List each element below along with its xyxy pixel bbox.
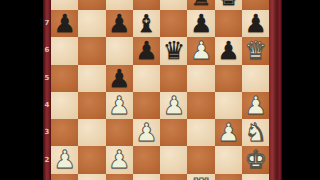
square-a6[interactable] <box>51 37 78 64</box>
square-c6[interactable] <box>106 37 133 64</box>
square-d4[interactable] <box>133 92 160 119</box>
square-g3[interactable]: ♟ <box>215 119 242 146</box>
piece-black-pawn-f7[interactable]: ♟ <box>187 10 214 37</box>
square-f4[interactable] <box>187 92 214 119</box>
square-e6[interactable]: ♛ <box>160 37 187 64</box>
square-e8[interactable] <box>160 0 187 10</box>
square-b6[interactable] <box>78 37 105 64</box>
square-c4[interactable]: ♟ <box>106 92 133 119</box>
square-h3[interactable]: ♞ <box>242 119 269 146</box>
square-b3[interactable] <box>78 119 105 146</box>
square-b4[interactable] <box>78 92 105 119</box>
rank-label-2: 2 <box>43 156 51 165</box>
square-g4[interactable] <box>215 92 242 119</box>
square-g7[interactable] <box>215 10 242 37</box>
piece-white-queen-h6[interactable]: ♛ <box>242 37 269 64</box>
square-g6[interactable]: ♟ <box>215 37 242 64</box>
square-h7[interactable]: ♟ <box>242 10 269 37</box>
chess-board[interactable]: ♜♚♟♟♝♟♟♟♛♟♟♛♟♟♟♟♟♟♞♟♟♚♜ <box>51 0 269 180</box>
piece-black-pawn-h7[interactable]: ♟ <box>242 10 269 37</box>
square-b5[interactable] <box>78 65 105 92</box>
piece-black-pawn-d6[interactable]: ♟ <box>133 37 160 64</box>
square-c1[interactable] <box>106 174 133 180</box>
rank-label-6: 6 <box>43 46 51 55</box>
piece-white-pawn-a2[interactable]: ♟ <box>51 146 78 173</box>
square-b1[interactable] <box>78 174 105 180</box>
square-h2[interactable]: ♚ <box>242 146 269 173</box>
square-c2[interactable]: ♟ <box>106 146 133 173</box>
square-g2[interactable] <box>215 146 242 173</box>
piece-black-pawn-a7[interactable]: ♟ <box>51 10 78 37</box>
square-f7[interactable]: ♟ <box>187 10 214 37</box>
piece-white-knight-h3[interactable]: ♞ <box>242 119 269 146</box>
screenshot-canvas: 765432 ♜♚♟♟♝♟♟♟♛♟♟♛♟♟♟♟♟♟♞♟♟♚♜ <box>0 0 320 180</box>
square-d3[interactable]: ♟ <box>133 119 160 146</box>
square-b8[interactable] <box>78 0 105 10</box>
rank-label-4: 4 <box>43 101 51 110</box>
square-a1[interactable] <box>51 174 78 180</box>
square-e7[interactable] <box>160 10 187 37</box>
square-e3[interactable] <box>160 119 187 146</box>
square-a2[interactable]: ♟ <box>51 146 78 173</box>
square-a3[interactable] <box>51 119 78 146</box>
square-a5[interactable] <box>51 65 78 92</box>
square-a7[interactable]: ♟ <box>51 10 78 37</box>
square-g8[interactable]: ♚ <box>215 0 242 10</box>
square-e1[interactable] <box>160 174 187 180</box>
piece-black-king-g8[interactable]: ♚ <box>215 0 242 10</box>
square-f2[interactable] <box>187 146 214 173</box>
square-h1[interactable] <box>242 174 269 180</box>
square-g1[interactable] <box>215 174 242 180</box>
square-e5[interactable] <box>160 65 187 92</box>
rank-label-5: 5 <box>43 74 51 83</box>
square-h4[interactable]: ♟ <box>242 92 269 119</box>
square-b2[interactable] <box>78 146 105 173</box>
square-e2[interactable] <box>160 146 187 173</box>
rank-label-3: 3 <box>43 128 51 137</box>
piece-black-pawn-c7[interactable]: ♟ <box>106 10 133 37</box>
square-d1[interactable] <box>133 174 160 180</box>
piece-black-queen-e6[interactable]: ♛ <box>160 37 187 64</box>
piece-white-pawn-f6[interactable]: ♟ <box>187 37 214 64</box>
piece-white-king-h2[interactable]: ♚ <box>242 146 269 173</box>
board-frame-left: 765432 <box>43 0 51 180</box>
square-f3[interactable] <box>187 119 214 146</box>
board-frame-right <box>269 0 282 180</box>
piece-black-pawn-c5[interactable]: ♟ <box>106 65 133 92</box>
square-d5[interactable] <box>133 65 160 92</box>
piece-white-rook-f1[interactable]: ♜ <box>187 174 214 180</box>
square-a4[interactable] <box>51 92 78 119</box>
piece-white-pawn-c4[interactable]: ♟ <box>106 92 133 119</box>
piece-white-pawn-h4[interactable]: ♟ <box>242 92 269 119</box>
square-d6[interactable]: ♟ <box>133 37 160 64</box>
square-c5[interactable]: ♟ <box>106 65 133 92</box>
square-h5[interactable] <box>242 65 269 92</box>
piece-white-pawn-c2[interactable]: ♟ <box>106 146 133 173</box>
piece-black-pawn-g6[interactable]: ♟ <box>215 37 242 64</box>
square-d7[interactable]: ♝ <box>133 10 160 37</box>
piece-black-bishop-d7[interactable]: ♝ <box>133 10 160 37</box>
square-b7[interactable] <box>78 10 105 37</box>
square-f1[interactable]: ♜ <box>187 174 214 180</box>
square-d2[interactable] <box>133 146 160 173</box>
square-f6[interactable]: ♟ <box>187 37 214 64</box>
square-g5[interactable] <box>215 65 242 92</box>
square-c7[interactable]: ♟ <box>106 10 133 37</box>
rank-label-7: 7 <box>43 19 51 28</box>
piece-white-pawn-g3[interactable]: ♟ <box>215 119 242 146</box>
piece-white-pawn-e4[interactable]: ♟ <box>160 92 187 119</box>
square-c3[interactable] <box>106 119 133 146</box>
piece-white-pawn-d3[interactable]: ♟ <box>133 119 160 146</box>
square-f5[interactable] <box>187 65 214 92</box>
square-h6[interactable]: ♛ <box>242 37 269 64</box>
square-e4[interactable]: ♟ <box>160 92 187 119</box>
